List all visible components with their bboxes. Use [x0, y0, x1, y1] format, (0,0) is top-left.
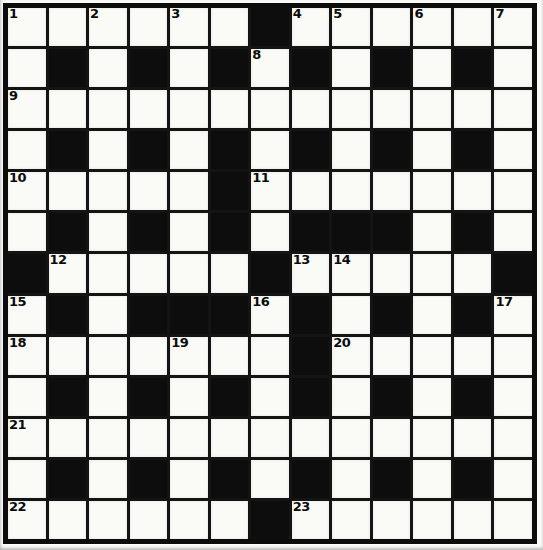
white-cell-r12c13[interactable] [494, 460, 532, 498]
white-cell-r5c12[interactable] [454, 172, 492, 210]
white-cell-r3c7[interactable] [251, 90, 289, 128]
crossword-page: 1234567891011121314151617181920212223 [0, 0, 543, 550]
white-cell-r13c10[interactable] [373, 501, 411, 539]
white-cell-r3c2[interactable] [49, 90, 87, 128]
white-cell-r5c3[interactable] [89, 172, 127, 210]
clue-number-15: 15 [9, 295, 26, 309]
clue-number-14: 14 [333, 253, 350, 267]
black-cell-r10c8 [292, 378, 330, 416]
black-cell-r6c12 [454, 213, 492, 251]
white-cell-r12c7[interactable] [251, 460, 289, 498]
white-cell-r5c7[interactable]: 11 [251, 172, 289, 210]
white-cell-r5c5[interactable] [170, 172, 208, 210]
clue-number-22: 22 [9, 500, 26, 514]
clue-number-10: 10 [9, 171, 26, 185]
white-cell-r3c13[interactable] [494, 90, 532, 128]
white-cell-r8c11[interactable] [413, 296, 451, 334]
black-cell-r6c4 [130, 213, 168, 251]
white-cell-r11c8[interactable] [292, 419, 330, 457]
black-cell-r7c13 [494, 254, 532, 292]
white-cell-r10c7[interactable] [251, 378, 289, 416]
white-cell-r2c1[interactable] [8, 49, 46, 87]
white-cell-r1c8[interactable]: 4 [292, 8, 330, 46]
black-cell-r4c6 [211, 131, 249, 169]
white-cell-r3c4[interactable] [130, 90, 168, 128]
black-cell-r8c6 [211, 296, 249, 334]
white-cell-r4c9[interactable] [332, 131, 370, 169]
white-cell-r1c2[interactable] [49, 8, 87, 46]
white-cell-r5c1[interactable]: 10 [8, 172, 46, 210]
white-cell-r3c6[interactable] [211, 90, 249, 128]
white-cell-r1c5[interactable]: 3 [170, 8, 208, 46]
white-cell-r5c11[interactable] [413, 172, 451, 210]
clue-number-7: 7 [495, 7, 504, 21]
white-cell-r1c6[interactable] [211, 8, 249, 46]
white-cell-r5c13[interactable] [494, 172, 532, 210]
black-cell-r12c4 [130, 460, 168, 498]
white-cell-r1c1[interactable]: 1 [8, 8, 46, 46]
white-cell-r4c11[interactable] [413, 131, 451, 169]
white-cell-r13c6[interactable] [211, 501, 249, 539]
clue-number-2: 2 [90, 7, 99, 21]
white-cell-r13c1[interactable]: 22 [8, 501, 46, 539]
white-cell-r11c10[interactable] [373, 419, 411, 457]
clue-number-3: 3 [171, 7, 180, 21]
black-cell-r1c7 [251, 8, 289, 46]
white-cell-r12c1[interactable] [8, 460, 46, 498]
white-cell-r2c11[interactable] [413, 49, 451, 87]
clue-number-4: 4 [293, 7, 302, 21]
white-cell-r11c6[interactable] [211, 419, 249, 457]
white-cell-r5c8[interactable] [292, 172, 330, 210]
white-cell-r1c4[interactable] [130, 8, 168, 46]
white-cell-r11c4[interactable] [130, 419, 168, 457]
white-cell-r5c9[interactable] [332, 172, 370, 210]
white-cell-r7c8[interactable]: 13 [292, 254, 330, 292]
white-cell-r8c7[interactable]: 16 [251, 296, 289, 334]
white-cell-r9c12[interactable] [454, 337, 492, 375]
white-cell-r9c3[interactable] [89, 337, 127, 375]
black-cell-r6c6 [211, 213, 249, 251]
black-cell-r12c10 [373, 460, 411, 498]
white-cell-r11c3[interactable] [89, 419, 127, 457]
white-cell-r1c10[interactable] [373, 8, 411, 46]
black-cell-r7c1 [8, 254, 46, 292]
white-cell-r9c5[interactable]: 19 [170, 337, 208, 375]
black-cell-r2c8 [292, 49, 330, 87]
white-cell-r11c9[interactable] [332, 419, 370, 457]
white-cell-r4c7[interactable] [251, 131, 289, 169]
white-cell-r12c9[interactable] [332, 460, 370, 498]
clue-number-9: 9 [9, 89, 18, 103]
white-cell-r5c10[interactable] [373, 172, 411, 210]
clue-number-5: 5 [333, 7, 342, 21]
black-cell-r12c2 [49, 460, 87, 498]
white-cell-r9c6[interactable] [211, 337, 249, 375]
white-cell-r9c1[interactable]: 18 [8, 337, 46, 375]
black-cell-r10c6 [211, 378, 249, 416]
white-cell-r2c9[interactable] [332, 49, 370, 87]
white-cell-r11c1[interactable]: 21 [8, 419, 46, 457]
white-cell-r13c3[interactable] [89, 501, 127, 539]
white-cell-r7c4[interactable] [130, 254, 168, 292]
white-cell-r13c2[interactable] [49, 501, 87, 539]
clue-number-8: 8 [252, 48, 261, 62]
white-cell-r9c11[interactable] [413, 337, 451, 375]
black-cell-r13c7 [251, 501, 289, 539]
white-cell-r1c3[interactable]: 2 [89, 8, 127, 46]
white-cell-r8c3[interactable] [89, 296, 127, 334]
white-cell-r3c3[interactable] [89, 90, 127, 128]
clue-number-19: 19 [171, 336, 188, 350]
white-cell-r7c11[interactable] [413, 254, 451, 292]
white-cell-r13c4[interactable] [130, 501, 168, 539]
white-cell-r7c12[interactable] [454, 254, 492, 292]
white-cell-r13c12[interactable] [454, 501, 492, 539]
white-cell-r2c3[interactable] [89, 49, 127, 87]
black-cell-r10c4 [130, 378, 168, 416]
clue-number-21: 21 [9, 418, 26, 432]
clue-number-6: 6 [414, 7, 423, 21]
black-cell-r12c6 [211, 460, 249, 498]
black-cell-r4c12 [454, 131, 492, 169]
white-cell-r3c11[interactable] [413, 90, 451, 128]
white-cell-r2c7[interactable]: 8 [251, 49, 289, 87]
clue-number-20: 20 [333, 336, 350, 350]
white-cell-r5c2[interactable] [49, 172, 87, 210]
clue-number-12: 12 [50, 253, 67, 267]
black-cell-r8c4 [130, 296, 168, 334]
white-cell-r6c11[interactable] [413, 213, 451, 251]
white-cell-r11c11[interactable] [413, 419, 451, 457]
white-cell-r10c11[interactable] [413, 378, 451, 416]
clue-number-13: 13 [293, 253, 310, 267]
black-cell-r4c10 [373, 131, 411, 169]
white-cell-r3c9[interactable] [332, 90, 370, 128]
white-cell-r3c1[interactable]: 9 [8, 90, 46, 128]
white-cell-r10c5[interactable] [170, 378, 208, 416]
clue-number-23: 23 [293, 500, 310, 514]
clue-number-17: 17 [495, 295, 512, 309]
white-cell-r4c13[interactable] [494, 131, 532, 169]
white-cell-r9c2[interactable] [49, 337, 87, 375]
black-cell-r7c7 [251, 254, 289, 292]
white-cell-r4c5[interactable] [170, 131, 208, 169]
crossword-board: 1234567891011121314151617181920212223 [3, 3, 537, 544]
white-cell-r13c9[interactable] [332, 501, 370, 539]
white-cell-r10c1[interactable] [8, 378, 46, 416]
white-cell-r9c10[interactable] [373, 337, 411, 375]
clue-number-16: 16 [252, 295, 269, 309]
black-cell-r8c5 [170, 296, 208, 334]
black-cell-r8c12 [454, 296, 492, 334]
white-cell-r11c5[interactable] [170, 419, 208, 457]
white-cell-r13c8[interactable]: 23 [292, 501, 330, 539]
clue-number-11: 11 [252, 171, 269, 185]
white-cell-r3c10[interactable] [373, 90, 411, 128]
white-cell-r7c10[interactable] [373, 254, 411, 292]
white-cell-r12c3[interactable] [89, 460, 127, 498]
white-cell-r6c1[interactable] [8, 213, 46, 251]
white-cell-r7c6[interactable] [211, 254, 249, 292]
white-cell-r10c3[interactable] [89, 378, 127, 416]
black-cell-r8c2 [49, 296, 87, 334]
black-cell-r2c4 [130, 49, 168, 87]
white-cell-r7c5[interactable] [170, 254, 208, 292]
black-cell-r4c8 [292, 131, 330, 169]
black-cell-r6c10 [373, 213, 411, 251]
white-cell-r13c5[interactable] [170, 501, 208, 539]
black-cell-r6c8 [292, 213, 330, 251]
white-cell-r10c9[interactable] [332, 378, 370, 416]
black-cell-r2c12 [454, 49, 492, 87]
white-cell-r7c2[interactable]: 12 [49, 254, 87, 292]
white-cell-r12c11[interactable] [413, 460, 451, 498]
white-cell-r8c1[interactable]: 15 [8, 296, 46, 334]
white-cell-r11c13[interactable] [494, 419, 532, 457]
white-cell-r7c9[interactable]: 14 [332, 254, 370, 292]
white-cell-r3c12[interactable] [454, 90, 492, 128]
black-cell-r8c10 [373, 296, 411, 334]
black-cell-r10c10 [373, 378, 411, 416]
black-cell-r10c2 [49, 378, 87, 416]
black-cell-r6c9 [332, 213, 370, 251]
white-cell-r11c2[interactable] [49, 419, 87, 457]
white-cell-r9c4[interactable] [130, 337, 168, 375]
black-cell-r10c12 [454, 378, 492, 416]
white-cell-r9c9[interactable]: 20 [332, 337, 370, 375]
clue-number-18: 18 [9, 336, 26, 350]
white-cell-r3c8[interactable] [292, 90, 330, 128]
black-cell-r5c6 [211, 172, 249, 210]
white-cell-r5c4[interactable] [130, 172, 168, 210]
black-cell-r9c8 [292, 337, 330, 375]
black-cell-r4c2 [49, 131, 87, 169]
white-cell-r7c3[interactable] [89, 254, 127, 292]
white-cell-r3c5[interactable] [170, 90, 208, 128]
black-cell-r6c2 [49, 213, 87, 251]
white-cell-r4c1[interactable] [8, 131, 46, 169]
white-cell-r12c5[interactable] [170, 460, 208, 498]
black-cell-r12c12 [454, 460, 492, 498]
white-cell-r6c7[interactable] [251, 213, 289, 251]
black-cell-r12c8 [292, 460, 330, 498]
white-cell-r2c5[interactable] [170, 49, 208, 87]
white-cell-r9c13[interactable] [494, 337, 532, 375]
white-cell-r4c3[interactable] [89, 131, 127, 169]
black-cell-r4c4 [130, 131, 168, 169]
white-cell-r10c13[interactable] [494, 378, 532, 416]
white-cell-r11c7[interactable] [251, 419, 289, 457]
white-cell-r1c11[interactable]: 6 [413, 8, 451, 46]
black-cell-r2c6 [211, 49, 249, 87]
white-cell-r11c12[interactable] [454, 419, 492, 457]
white-cell-r1c13[interactable]: 7 [494, 8, 532, 46]
black-cell-r2c10 [373, 49, 411, 87]
white-cell-r6c3[interactable] [89, 213, 127, 251]
white-cell-r2c13[interactable] [494, 49, 532, 87]
white-cell-r13c11[interactable] [413, 501, 451, 539]
white-cell-r1c9[interactable]: 5 [332, 8, 370, 46]
white-cell-r6c5[interactable] [170, 213, 208, 251]
white-cell-r1c12[interactable] [454, 8, 492, 46]
white-cell-r13c13[interactable] [494, 501, 532, 539]
white-cell-r8c13[interactable]: 17 [494, 296, 532, 334]
white-cell-r8c9[interactable] [332, 296, 370, 334]
white-cell-r6c13[interactable] [494, 213, 532, 251]
black-cell-r8c8 [292, 296, 330, 334]
clue-number-1: 1 [9, 7, 18, 21]
black-cell-r2c2 [49, 49, 87, 87]
white-cell-r9c7[interactable] [251, 337, 289, 375]
